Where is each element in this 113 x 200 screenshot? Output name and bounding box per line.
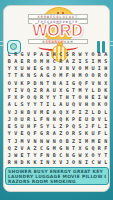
- grid-cell[interactable]: L: [103, 115, 109, 122]
- grid-cell[interactable]: W: [103, 94, 109, 101]
- logo-word-title: WORD: [4, 22, 111, 39]
- grid-cell[interactable]: X: [103, 79, 109, 86]
- grid-cell[interactable]: S: [103, 57, 109, 64]
- word-list-line-3: RAZORS ROOM SMOKING: [8, 179, 106, 184]
- grid-cell[interactable]: I: [103, 123, 109, 130]
- letter-grid: LRGVPAEHCSRWYOBABAEROMHCRAZISIMSYXUWEGOJ…: [6, 50, 109, 166]
- app-background: KBRWESDLUCAGT FHSOANMRDWEYB WORD BSEARCH…: [0, 0, 113, 200]
- grid-cell[interactable]: L: [103, 159, 109, 166]
- grid-cell[interactable]: A: [103, 50, 109, 57]
- grid-cell[interactable]: T: [103, 152, 109, 159]
- grid-cell[interactable]: F: [103, 144, 109, 151]
- grid-cell[interactable]: N: [103, 137, 109, 144]
- decor-dash: [110, 45, 113, 46]
- grid-cell[interactable]: O: [103, 101, 109, 108]
- grid-cell[interactable]: K: [103, 86, 109, 93]
- puzzle-panel: KBRWESDLUCAGT FHSOANMRDWEYB WORD BSEARCH…: [3, 5, 110, 192]
- grid-cell[interactable]: L: [103, 130, 109, 137]
- decor-dash: [110, 41, 113, 42]
- grid-cell[interactable]: L: [103, 108, 109, 115]
- ring-icon: [10, 43, 17, 50]
- grid-cell[interactable]: O: [103, 72, 109, 79]
- word-list-box: SHOWER BUSY ENERGY GREAT KEY LAUNDRY LUG…: [5, 167, 109, 185]
- grid-cell[interactable]: H: [103, 65, 109, 72]
